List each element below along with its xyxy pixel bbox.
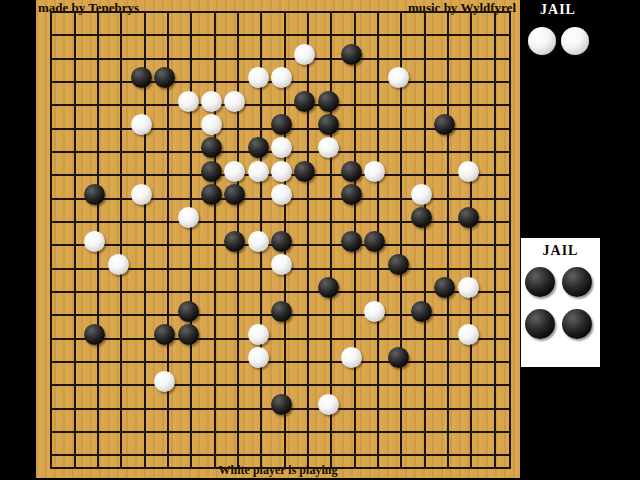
black-stone xyxy=(201,184,222,205)
black-stone xyxy=(224,231,245,252)
black-stone xyxy=(224,184,245,205)
black-jail-label: JAIL xyxy=(521,243,600,259)
black-stone xyxy=(84,184,105,205)
black-stone xyxy=(154,67,175,88)
grid-line-horizontal xyxy=(50,431,511,433)
white-stone xyxy=(131,184,152,205)
grid-line-horizontal xyxy=(50,221,511,223)
grid-line-vertical xyxy=(50,11,52,467)
black-stone xyxy=(341,161,362,182)
black-stone xyxy=(341,231,362,252)
black-stone xyxy=(388,347,409,368)
white-stone xyxy=(224,91,245,112)
white-stone xyxy=(364,161,385,182)
grid-line-horizontal xyxy=(50,361,511,363)
black-stone xyxy=(364,231,385,252)
black-jail-stones xyxy=(525,267,592,339)
white-stone xyxy=(224,161,245,182)
game-window: made by Tenebrys music by Wyldfyrel Whit… xyxy=(0,0,640,480)
black-stone xyxy=(294,161,315,182)
black-stone xyxy=(434,277,455,298)
black-stone xyxy=(131,67,152,88)
white-stone xyxy=(341,347,362,368)
white-stone xyxy=(154,371,175,392)
white-jail-stones xyxy=(520,27,596,55)
black-stone xyxy=(341,184,362,205)
grid-line-horizontal xyxy=(50,467,511,469)
grid-line-vertical xyxy=(470,11,472,467)
white-stone xyxy=(271,254,292,275)
grid-line-vertical xyxy=(307,11,309,467)
black-stone xyxy=(318,277,339,298)
white-stone xyxy=(84,231,105,252)
white-stone xyxy=(201,91,222,112)
black-stone xyxy=(318,114,339,135)
black-stone xyxy=(271,231,292,252)
white-stone xyxy=(271,67,292,88)
white-stone xyxy=(248,324,269,345)
captured-black-stone xyxy=(525,267,555,297)
black-stone xyxy=(411,301,432,322)
captured-black-stone xyxy=(562,309,592,339)
black-stone xyxy=(434,114,455,135)
white-stone xyxy=(364,301,385,322)
black-stone xyxy=(248,137,269,158)
grid-line-vertical xyxy=(494,11,496,467)
black-stone xyxy=(201,137,222,158)
black-stone xyxy=(271,114,292,135)
captured-white-stone xyxy=(528,27,556,55)
white-stone xyxy=(248,347,269,368)
white-stone xyxy=(131,114,152,135)
black-stone xyxy=(318,91,339,112)
grid-line-vertical xyxy=(447,11,449,467)
white-stone xyxy=(458,324,479,345)
grid-line-horizontal xyxy=(50,454,511,456)
go-board[interactable]: made by Tenebrys music by Wyldfyrel Whit… xyxy=(36,0,520,478)
captured-black-stone xyxy=(525,309,555,339)
white-stone xyxy=(388,67,409,88)
black-stone xyxy=(458,207,479,228)
black-stone xyxy=(388,254,409,275)
white-jail-label: JAIL xyxy=(520,2,596,18)
black-stone xyxy=(341,44,362,65)
grid-line-vertical xyxy=(74,11,76,467)
white-stone xyxy=(108,254,129,275)
grid-line-horizontal xyxy=(50,104,511,106)
black-stone xyxy=(294,91,315,112)
grid-line-vertical xyxy=(120,11,122,467)
grid-line-vertical xyxy=(190,11,192,467)
black-stone xyxy=(178,301,199,322)
black-stone xyxy=(154,324,175,345)
black-stone xyxy=(271,394,292,415)
white-stone xyxy=(248,161,269,182)
captured-black-stone xyxy=(562,267,592,297)
white-stone xyxy=(411,184,432,205)
grid-line-vertical xyxy=(509,11,511,467)
black-stone xyxy=(178,324,199,345)
white-jail-panel: JAIL xyxy=(520,2,596,55)
white-stone xyxy=(248,67,269,88)
grid-line-vertical xyxy=(424,11,426,467)
white-stone xyxy=(271,137,292,158)
made-by-credit: made by Tenebrys xyxy=(38,0,139,16)
white-stone xyxy=(271,184,292,205)
captured-white-stone xyxy=(561,27,589,55)
grid-line-vertical xyxy=(214,11,216,467)
white-stone xyxy=(248,231,269,252)
black-stone xyxy=(84,324,105,345)
grid-line-horizontal xyxy=(50,338,511,340)
white-stone xyxy=(458,277,479,298)
black-jail-panel: JAIL xyxy=(521,238,600,367)
black-stone xyxy=(411,207,432,228)
white-stone xyxy=(178,207,199,228)
white-stone xyxy=(318,137,339,158)
white-stone xyxy=(294,44,315,65)
white-stone xyxy=(201,114,222,135)
white-stone xyxy=(458,161,479,182)
white-stone xyxy=(178,91,199,112)
white-stone xyxy=(318,394,339,415)
black-stone xyxy=(271,301,292,322)
grid-line-horizontal xyxy=(50,384,511,386)
white-stone xyxy=(271,161,292,182)
black-stone xyxy=(201,161,222,182)
